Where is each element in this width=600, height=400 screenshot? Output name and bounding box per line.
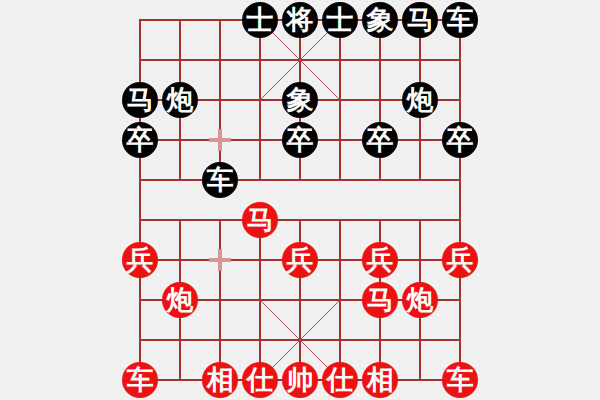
last-move-marker [209,249,231,271]
black-soldier[interactable]: 卒 [122,122,158,158]
black-advisor[interactable]: 士 [322,2,358,38]
red-cannon[interactable]: 炮 [402,282,438,318]
red-cannon[interactable]: 炮 [162,282,198,318]
black-horse[interactable]: 马 [122,82,158,118]
black-chariot[interactable]: 车 [202,162,238,198]
red-soldier[interactable]: 兵 [282,242,318,278]
black-soldier[interactable]: 卒 [442,122,478,158]
marker-corner [220,260,231,271]
marker-corner [209,249,220,260]
red-horse[interactable]: 马 [362,282,398,318]
xiangqi-board: 士将士象马车马炮象炮卒卒卒卒车马兵兵兵兵炮马炮车相仕帅仕相车 [0,0,600,400]
marker-corner [220,249,231,260]
red-chariot[interactable]: 车 [442,362,478,398]
last-move-marker [209,129,231,151]
board-grid[interactable]: 士将士象马车马炮象炮卒卒卒卒车马兵兵兵兵炮马炮车相仕帅仕相车 [120,0,480,400]
marker-corner [220,129,231,140]
red-general[interactable]: 帅 [282,362,318,398]
red-chariot[interactable]: 车 [122,362,158,398]
red-soldier[interactable]: 兵 [122,242,158,278]
marker-corner [209,260,220,271]
marker-corner [209,129,220,140]
black-chariot[interactable]: 车 [442,2,478,38]
black-soldier[interactable]: 卒 [282,122,318,158]
red-elephant[interactable]: 相 [202,362,238,398]
black-general[interactable]: 将 [282,2,318,38]
black-horse[interactable]: 马 [402,2,438,38]
black-advisor[interactable]: 士 [242,2,278,38]
red-soldier[interactable]: 兵 [362,242,398,278]
red-horse[interactable]: 马 [242,202,278,238]
red-elephant[interactable]: 相 [362,362,398,398]
black-cannon[interactable]: 炮 [162,82,198,118]
marker-corner [209,140,220,151]
black-cannon[interactable]: 炮 [402,82,438,118]
black-elephant[interactable]: 象 [282,82,318,118]
black-soldier[interactable]: 卒 [362,122,398,158]
red-advisor[interactable]: 仕 [242,362,278,398]
marker-corner [220,140,231,151]
red-soldier[interactable]: 兵 [442,242,478,278]
red-advisor[interactable]: 仕 [322,362,358,398]
black-elephant[interactable]: 象 [362,2,398,38]
